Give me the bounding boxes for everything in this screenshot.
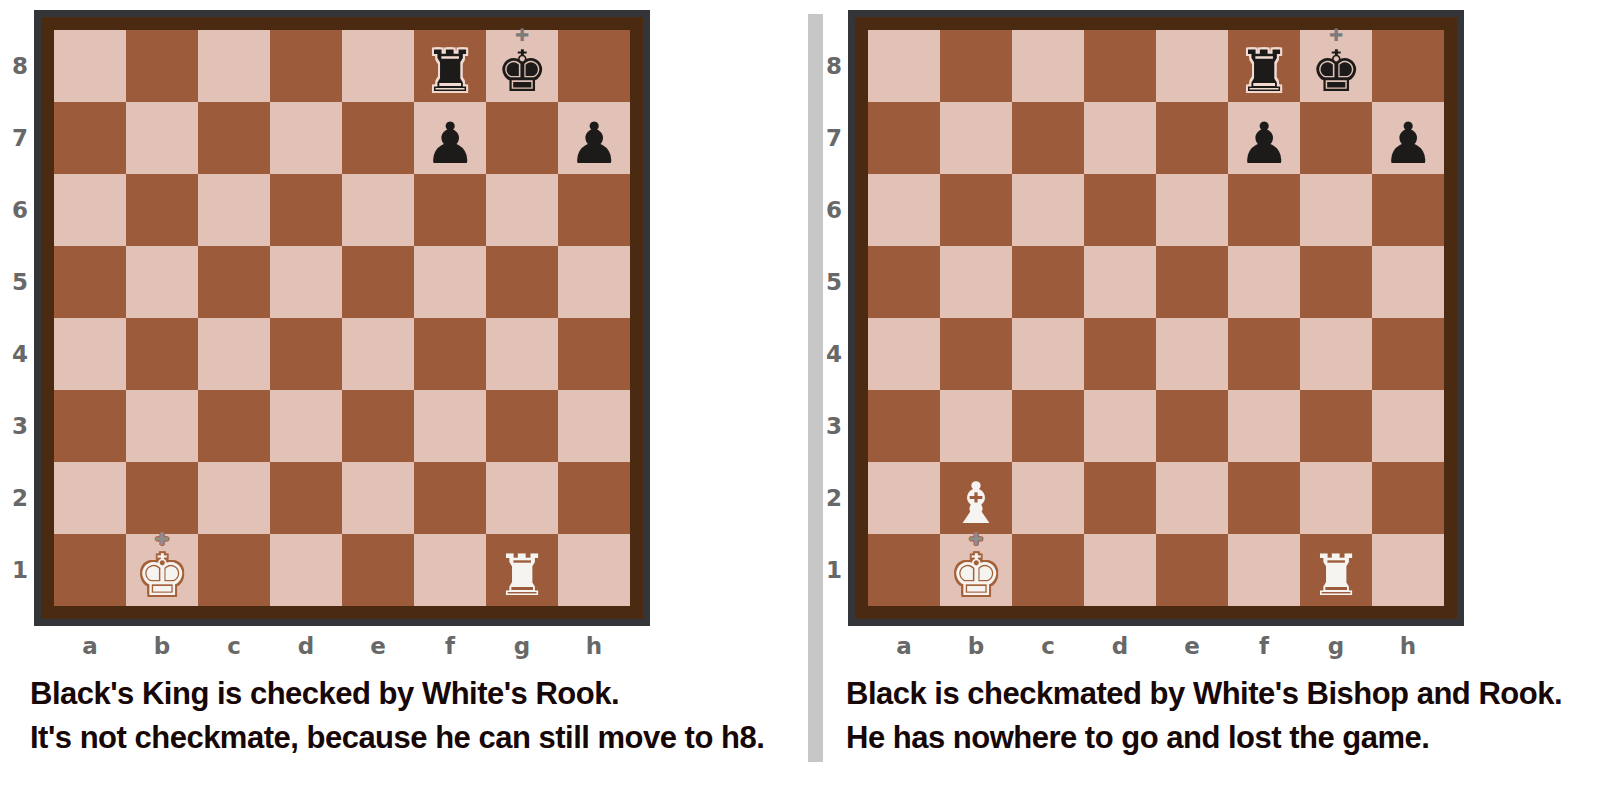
caption-line: Black is checkmated by White's Bishop an… bbox=[846, 672, 1562, 716]
file-label-e: e bbox=[342, 633, 414, 659]
square-d6 bbox=[270, 174, 342, 246]
rank-label-7: 7 bbox=[820, 102, 848, 174]
file-label-c: c bbox=[1012, 633, 1084, 659]
file-label-a: a bbox=[54, 633, 126, 659]
square-h2 bbox=[558, 462, 630, 534]
square-e6 bbox=[342, 174, 414, 246]
square-c6 bbox=[198, 174, 270, 246]
square-g7 bbox=[486, 102, 558, 174]
square-d5 bbox=[1084, 246, 1156, 318]
square-e1 bbox=[1156, 534, 1228, 606]
square-a8 bbox=[868, 30, 940, 102]
square-c2 bbox=[198, 462, 270, 534]
square-g2 bbox=[1300, 462, 1372, 534]
black-pawn: ♟ bbox=[1228, 115, 1300, 172]
square-a5 bbox=[868, 246, 940, 318]
square-b3 bbox=[940, 390, 1012, 462]
square-g3 bbox=[486, 390, 558, 462]
square-h7: ♟ bbox=[1372, 102, 1444, 174]
square-a6 bbox=[54, 174, 126, 246]
file-label-h: h bbox=[558, 633, 630, 659]
square-b7 bbox=[940, 102, 1012, 174]
square-h4 bbox=[558, 318, 630, 390]
square-c7 bbox=[1012, 102, 1084, 174]
rank-label-5: 5 bbox=[820, 246, 848, 318]
square-g8: ♚✚ bbox=[486, 30, 558, 102]
square-a3 bbox=[54, 390, 126, 462]
square-d2 bbox=[270, 462, 342, 534]
square-b3 bbox=[126, 390, 198, 462]
square-h4 bbox=[1372, 318, 1444, 390]
square-d8 bbox=[270, 30, 342, 102]
white-king: ♚ bbox=[940, 547, 1012, 604]
square-c5 bbox=[198, 246, 270, 318]
square-e8 bbox=[1156, 30, 1228, 102]
square-g4 bbox=[1300, 318, 1372, 390]
square-b2: ♝ bbox=[940, 462, 1012, 534]
square-a8 bbox=[54, 30, 126, 102]
square-f8: ♜ bbox=[414, 30, 486, 102]
square-b5 bbox=[940, 246, 1012, 318]
square-e6 bbox=[1156, 174, 1228, 246]
square-e3 bbox=[342, 390, 414, 462]
square-f1 bbox=[1228, 534, 1300, 606]
right-caption: Black is checkmated by White's Bishop an… bbox=[846, 672, 1562, 760]
square-h1 bbox=[1372, 534, 1444, 606]
square-h5 bbox=[1372, 246, 1444, 318]
rank-label-2: 2 bbox=[6, 462, 34, 534]
square-h1 bbox=[558, 534, 630, 606]
square-c3 bbox=[198, 390, 270, 462]
square-e4 bbox=[1156, 318, 1228, 390]
board-grid: ♜♚✚♟♟♝♚✚♜ bbox=[868, 30, 1444, 606]
square-a1 bbox=[868, 534, 940, 606]
square-g2 bbox=[486, 462, 558, 534]
rank-label-3: 3 bbox=[6, 390, 34, 462]
square-h7: ♟ bbox=[558, 102, 630, 174]
square-g1: ♜ bbox=[1300, 534, 1372, 606]
rank-label-5: 5 bbox=[6, 246, 34, 318]
left-board: 87654321 ♜♚✚♟♟♚✚♜ abcdefgh bbox=[6, 10, 650, 659]
king-cross-icon: ✚ bbox=[515, 27, 529, 44]
square-d1 bbox=[270, 534, 342, 606]
black-rook: ♜ bbox=[1228, 43, 1300, 100]
square-b5 bbox=[126, 246, 198, 318]
square-f6 bbox=[1228, 174, 1300, 246]
rank-label-4: 4 bbox=[6, 318, 34, 390]
square-a4 bbox=[54, 318, 126, 390]
square-b8 bbox=[940, 30, 1012, 102]
rank-label-8: 8 bbox=[820, 30, 848, 102]
file-label-d: d bbox=[270, 633, 342, 659]
rank-labels: 87654321 bbox=[6, 10, 34, 659]
file-labels: abcdefgh bbox=[34, 633, 650, 659]
square-e5 bbox=[1156, 246, 1228, 318]
square-d2 bbox=[1084, 462, 1156, 534]
square-g6 bbox=[486, 174, 558, 246]
right-board: 87654321 ♜♚✚♟♟♝♚✚♜ abcdefgh bbox=[820, 10, 1464, 659]
square-g7 bbox=[1300, 102, 1372, 174]
square-c6 bbox=[1012, 174, 1084, 246]
rank-label-1: 1 bbox=[820, 534, 848, 606]
square-c1 bbox=[198, 534, 270, 606]
square-g5 bbox=[486, 246, 558, 318]
file-label-g: g bbox=[486, 633, 558, 659]
square-h5 bbox=[558, 246, 630, 318]
king-cross-icon: ✚ bbox=[155, 531, 169, 548]
square-c4 bbox=[1012, 318, 1084, 390]
square-a3 bbox=[868, 390, 940, 462]
black-king: ♚ bbox=[486, 43, 558, 100]
square-c4 bbox=[198, 318, 270, 390]
caption-line: It's not checkmate, because he can still… bbox=[30, 716, 764, 760]
file-label-e: e bbox=[1156, 633, 1228, 659]
square-h8 bbox=[1372, 30, 1444, 102]
file-label-f: f bbox=[1228, 633, 1300, 659]
square-d1 bbox=[1084, 534, 1156, 606]
rank-label-7: 7 bbox=[6, 102, 34, 174]
board-frame: ♜♚✚♟♟♝♚✚♜ bbox=[848, 10, 1464, 626]
square-d7 bbox=[1084, 102, 1156, 174]
square-e5 bbox=[342, 246, 414, 318]
file-label-g: g bbox=[1300, 633, 1372, 659]
left-caption: Black's King is checked by White's Rook.… bbox=[30, 672, 764, 760]
square-e4 bbox=[342, 318, 414, 390]
square-g8: ♚✚ bbox=[1300, 30, 1372, 102]
rank-label-1: 1 bbox=[6, 534, 34, 606]
square-e2 bbox=[342, 462, 414, 534]
rank-labels: 87654321 bbox=[820, 10, 848, 659]
square-g5 bbox=[1300, 246, 1372, 318]
square-h3 bbox=[1372, 390, 1444, 462]
square-c2 bbox=[1012, 462, 1084, 534]
square-b8 bbox=[126, 30, 198, 102]
square-c1 bbox=[1012, 534, 1084, 606]
square-b7 bbox=[126, 102, 198, 174]
white-king: ♚ bbox=[126, 547, 198, 604]
square-e1 bbox=[342, 534, 414, 606]
square-b1: ♚✚ bbox=[126, 534, 198, 606]
square-b4 bbox=[940, 318, 1012, 390]
rank-label-8: 8 bbox=[6, 30, 34, 102]
rank-label-6: 6 bbox=[6, 174, 34, 246]
square-f7: ♟ bbox=[1228, 102, 1300, 174]
black-pawn: ♟ bbox=[1372, 115, 1444, 172]
square-a2 bbox=[868, 462, 940, 534]
square-e7 bbox=[342, 102, 414, 174]
black-rook: ♜ bbox=[414, 43, 486, 100]
white-rook: ♜ bbox=[486, 547, 558, 604]
square-a7 bbox=[54, 102, 126, 174]
square-c8 bbox=[198, 30, 270, 102]
square-f2 bbox=[1228, 462, 1300, 534]
square-c7 bbox=[198, 102, 270, 174]
square-a5 bbox=[54, 246, 126, 318]
black-king: ♚ bbox=[1300, 43, 1372, 100]
black-pawn: ♟ bbox=[414, 115, 486, 172]
square-b2 bbox=[126, 462, 198, 534]
king-cross-icon: ✚ bbox=[1329, 27, 1343, 44]
square-g4 bbox=[486, 318, 558, 390]
square-d3 bbox=[270, 390, 342, 462]
file-label-h: h bbox=[1372, 633, 1444, 659]
square-e8 bbox=[342, 30, 414, 102]
file-label-a: a bbox=[868, 633, 940, 659]
square-a4 bbox=[868, 318, 940, 390]
king-cross-icon: ✚ bbox=[969, 531, 983, 548]
square-f5 bbox=[1228, 246, 1300, 318]
square-b4 bbox=[126, 318, 198, 390]
square-g3 bbox=[1300, 390, 1372, 462]
black-pawn: ♟ bbox=[558, 115, 630, 172]
square-f4 bbox=[1228, 318, 1300, 390]
square-f2 bbox=[414, 462, 486, 534]
file-label-b: b bbox=[940, 633, 1012, 659]
rank-label-4: 4 bbox=[820, 318, 848, 390]
square-c8 bbox=[1012, 30, 1084, 102]
square-d6 bbox=[1084, 174, 1156, 246]
square-d8 bbox=[1084, 30, 1156, 102]
square-e2 bbox=[1156, 462, 1228, 534]
square-d3 bbox=[1084, 390, 1156, 462]
square-b6 bbox=[940, 174, 1012, 246]
rank-label-6: 6 bbox=[820, 174, 848, 246]
square-f6 bbox=[414, 174, 486, 246]
square-d7 bbox=[270, 102, 342, 174]
square-b1: ♚✚ bbox=[940, 534, 1012, 606]
square-h2 bbox=[1372, 462, 1444, 534]
square-f1 bbox=[414, 534, 486, 606]
square-f8: ♜ bbox=[1228, 30, 1300, 102]
square-e3 bbox=[1156, 390, 1228, 462]
file-label-c: c bbox=[198, 633, 270, 659]
square-c3 bbox=[1012, 390, 1084, 462]
rank-label-3: 3 bbox=[820, 390, 848, 462]
square-f7: ♟ bbox=[414, 102, 486, 174]
square-a1 bbox=[54, 534, 126, 606]
board-grid: ♜♚✚♟♟♚✚♜ bbox=[54, 30, 630, 606]
square-f3 bbox=[414, 390, 486, 462]
square-h6 bbox=[1372, 174, 1444, 246]
square-e7 bbox=[1156, 102, 1228, 174]
file-label-d: d bbox=[1084, 633, 1156, 659]
square-a7 bbox=[868, 102, 940, 174]
caption-line: He has nowhere to go and lost the game. bbox=[846, 716, 1562, 760]
square-d5 bbox=[270, 246, 342, 318]
file-label-f: f bbox=[414, 633, 486, 659]
square-a6 bbox=[868, 174, 940, 246]
square-f5 bbox=[414, 246, 486, 318]
white-rook: ♜ bbox=[1300, 547, 1372, 604]
file-labels: abcdefgh bbox=[848, 633, 1464, 659]
square-b6 bbox=[126, 174, 198, 246]
rank-label-2: 2 bbox=[820, 462, 848, 534]
square-d4 bbox=[270, 318, 342, 390]
square-h6 bbox=[558, 174, 630, 246]
square-c5 bbox=[1012, 246, 1084, 318]
board-frame: ♜♚✚♟♟♚✚♜ bbox=[34, 10, 650, 626]
square-f3 bbox=[1228, 390, 1300, 462]
caption-line: Black's King is checked by White's Rook. bbox=[30, 672, 764, 716]
square-f4 bbox=[414, 318, 486, 390]
file-label-b: b bbox=[126, 633, 198, 659]
white-bishop: ♝ bbox=[940, 475, 1012, 532]
square-g6 bbox=[1300, 174, 1372, 246]
square-h8 bbox=[558, 30, 630, 102]
square-a2 bbox=[54, 462, 126, 534]
square-d4 bbox=[1084, 318, 1156, 390]
square-g1: ♜ bbox=[486, 534, 558, 606]
square-h3 bbox=[558, 390, 630, 462]
